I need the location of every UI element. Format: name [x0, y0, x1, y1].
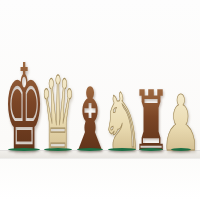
felt-base-queen: [44, 148, 73, 151]
felt-base-king: [8, 148, 40, 151]
chess-pieces-photo: ♚♛♝♞♜♟: [0, 0, 200, 200]
felt-base-bishop: [77, 148, 103, 151]
felt-base-rook: [139, 148, 162, 151]
felt-base-knight: [108, 148, 137, 151]
felt-base-pawn: [171, 148, 191, 151]
